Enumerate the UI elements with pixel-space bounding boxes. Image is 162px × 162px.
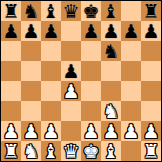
square-c7[interactable]: ♟ bbox=[41, 21, 61, 41]
black-queen-piece: ♛ bbox=[62, 1, 79, 21]
square-f8[interactable]: ♝ bbox=[101, 1, 121, 21]
square-b5[interactable] bbox=[21, 61, 41, 81]
white-pawn-piece: ♟ bbox=[62, 81, 79, 101]
white-pawn-piece: ♟ bbox=[2, 121, 19, 141]
square-f2[interactable]: ♟ bbox=[101, 121, 121, 141]
black-king-piece: ♚ bbox=[82, 1, 99, 21]
square-h7[interactable]: ♟ bbox=[141, 21, 161, 41]
square-h8[interactable]: ♜ bbox=[141, 1, 161, 21]
white-pawn-piece: ♟ bbox=[82, 121, 99, 141]
square-b4[interactable] bbox=[21, 81, 41, 101]
black-rook-piece: ♜ bbox=[2, 1, 19, 21]
square-e6[interactable] bbox=[81, 41, 101, 61]
black-knight-piece: ♞ bbox=[102, 41, 119, 61]
square-c5[interactable] bbox=[41, 61, 61, 81]
square-a5[interactable] bbox=[1, 61, 21, 81]
square-b7[interactable]: ♟ bbox=[21, 21, 41, 41]
square-a4[interactable] bbox=[1, 81, 21, 101]
square-b1[interactable]: ♞ bbox=[21, 141, 41, 161]
white-knight-piece: ♞ bbox=[102, 101, 119, 121]
square-d6[interactable] bbox=[61, 41, 81, 61]
square-g8[interactable] bbox=[121, 1, 141, 21]
square-g6[interactable] bbox=[121, 41, 141, 61]
white-queen-piece: ♛ bbox=[62, 141, 79, 161]
black-pawn-piece: ♟ bbox=[102, 21, 119, 41]
square-h5[interactable] bbox=[141, 61, 161, 81]
black-pawn-piece: ♟ bbox=[42, 21, 59, 41]
square-f7[interactable]: ♟ bbox=[101, 21, 121, 41]
square-d8[interactable]: ♛ bbox=[61, 1, 81, 21]
white-king-piece: ♚ bbox=[82, 141, 99, 161]
square-g7[interactable]: ♟ bbox=[121, 21, 141, 41]
square-g5[interactable] bbox=[121, 61, 141, 81]
square-h4[interactable] bbox=[141, 81, 161, 101]
square-g4[interactable] bbox=[121, 81, 141, 101]
square-h6[interactable] bbox=[141, 41, 161, 61]
black-pawn-piece: ♟ bbox=[122, 21, 139, 41]
black-bishop-piece: ♝ bbox=[42, 1, 59, 21]
black-pawn-piece: ♟ bbox=[62, 61, 79, 81]
square-g1[interactable] bbox=[121, 141, 141, 161]
white-rook-piece: ♜ bbox=[142, 141, 159, 161]
square-a3[interactable] bbox=[1, 101, 21, 121]
black-knight-piece: ♞ bbox=[22, 1, 39, 21]
square-c6[interactable] bbox=[41, 41, 61, 61]
black-bishop-piece: ♝ bbox=[102, 1, 119, 21]
square-c2[interactable]: ♟ bbox=[41, 121, 61, 141]
black-rook-piece: ♜ bbox=[142, 1, 159, 21]
square-a8[interactable]: ♜ bbox=[1, 1, 21, 21]
square-a1[interactable]: ♜ bbox=[1, 141, 21, 161]
square-d5[interactable]: ♟ bbox=[61, 61, 81, 81]
square-e5[interactable] bbox=[81, 61, 101, 81]
square-f6[interactable]: ♞ bbox=[101, 41, 121, 61]
black-pawn-piece: ♟ bbox=[22, 21, 39, 41]
square-g2[interactable]: ♟ bbox=[121, 121, 141, 141]
square-e3[interactable] bbox=[81, 101, 101, 121]
white-pawn-piece: ♟ bbox=[42, 121, 59, 141]
square-f1[interactable]: ♝ bbox=[101, 141, 121, 161]
black-pawn-piece: ♟ bbox=[2, 21, 19, 41]
square-f4[interactable] bbox=[101, 81, 121, 101]
square-a6[interactable] bbox=[1, 41, 21, 61]
square-a2[interactable]: ♟ bbox=[1, 121, 21, 141]
square-f5[interactable] bbox=[101, 61, 121, 81]
white-knight-piece: ♞ bbox=[22, 141, 39, 161]
white-pawn-piece: ♟ bbox=[122, 121, 139, 141]
square-e4[interactable] bbox=[81, 81, 101, 101]
square-b6[interactable] bbox=[21, 41, 41, 61]
square-d1[interactable]: ♛ bbox=[61, 141, 81, 161]
square-e7[interactable]: ♟ bbox=[81, 21, 101, 41]
square-c8[interactable]: ♝ bbox=[41, 1, 61, 21]
black-pawn-piece: ♟ bbox=[142, 21, 159, 41]
square-c1[interactable]: ♝ bbox=[41, 141, 61, 161]
white-pawn-piece: ♟ bbox=[102, 121, 119, 141]
black-pawn-piece: ♟ bbox=[82, 21, 99, 41]
chess-board: ♜♞♝♛♚♝♜♟♟♟♟♟♟♟♞♟♟♞♟♟♟♟♟♟♟♜♞♝♛♚♝♜ bbox=[0, 0, 162, 162]
square-h1[interactable]: ♜ bbox=[141, 141, 161, 161]
white-bishop-piece: ♝ bbox=[42, 141, 59, 161]
square-c4[interactable] bbox=[41, 81, 61, 101]
square-d7[interactable] bbox=[61, 21, 81, 41]
white-pawn-piece: ♟ bbox=[142, 121, 159, 141]
square-c3[interactable] bbox=[41, 101, 61, 121]
square-e8[interactable]: ♚ bbox=[81, 1, 101, 21]
white-rook-piece: ♜ bbox=[2, 141, 19, 161]
square-d3[interactable] bbox=[61, 101, 81, 121]
square-h2[interactable]: ♟ bbox=[141, 121, 161, 141]
white-bishop-piece: ♝ bbox=[102, 141, 119, 161]
white-pawn-piece: ♟ bbox=[22, 121, 39, 141]
square-b8[interactable]: ♞ bbox=[21, 1, 41, 21]
square-b2[interactable]: ♟ bbox=[21, 121, 41, 141]
square-e1[interactable]: ♚ bbox=[81, 141, 101, 161]
square-a7[interactable]: ♟ bbox=[1, 21, 21, 41]
square-f3[interactable]: ♞ bbox=[101, 101, 121, 121]
square-e2[interactable]: ♟ bbox=[81, 121, 101, 141]
square-d4[interactable]: ♟ bbox=[61, 81, 81, 101]
square-g3[interactable] bbox=[121, 101, 141, 121]
square-h3[interactable] bbox=[141, 101, 161, 121]
square-d2[interactable] bbox=[61, 121, 81, 141]
square-b3[interactable] bbox=[21, 101, 41, 121]
